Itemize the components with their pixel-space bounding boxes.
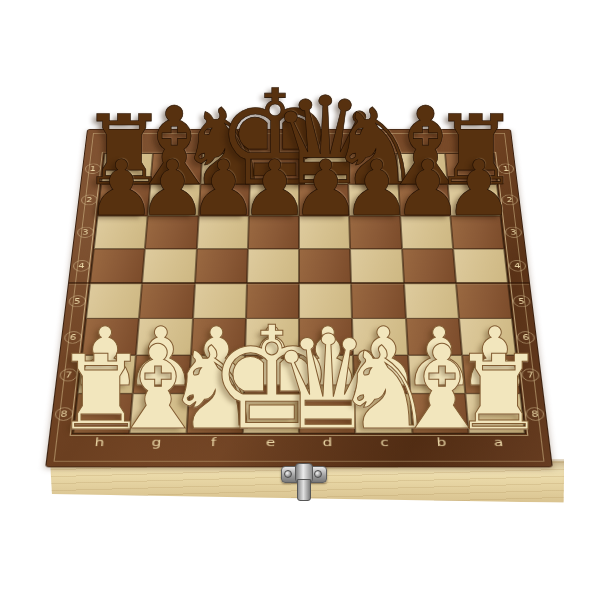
piece-light-rook[interactable]: ♜ — [447, 341, 551, 445]
square-f4[interactable] — [195, 249, 248, 283]
clasp-screw-right — [314, 470, 322, 478]
clasp-hasp — [297, 479, 311, 501]
square-a4[interactable] — [453, 249, 508, 283]
piece-dark-pawn[interactable]: ♟ — [440, 150, 517, 227]
rank-label-left-5: 5 — [68, 295, 87, 307]
clasp-screw-left — [284, 470, 292, 478]
square-c4[interactable] — [350, 249, 403, 283]
rank-label-left-4: 4 — [72, 260, 90, 271]
square-b4[interactable] — [402, 249, 456, 283]
rank-label-right-5: 5 — [512, 295, 531, 307]
square-d4[interactable] — [299, 249, 351, 283]
square-h4[interactable] — [90, 249, 145, 283]
clasp-latch[interactable] — [281, 461, 325, 503]
square-g4[interactable] — [142, 249, 196, 283]
rank-label-right-4: 4 — [508, 260, 526, 271]
chess-set-photo: 12345678 12345678 hgfedcba ♜♝♞♚♛♞♝♜♟♟♟♟♟… — [0, 0, 600, 600]
square-e4[interactable] — [247, 249, 299, 283]
